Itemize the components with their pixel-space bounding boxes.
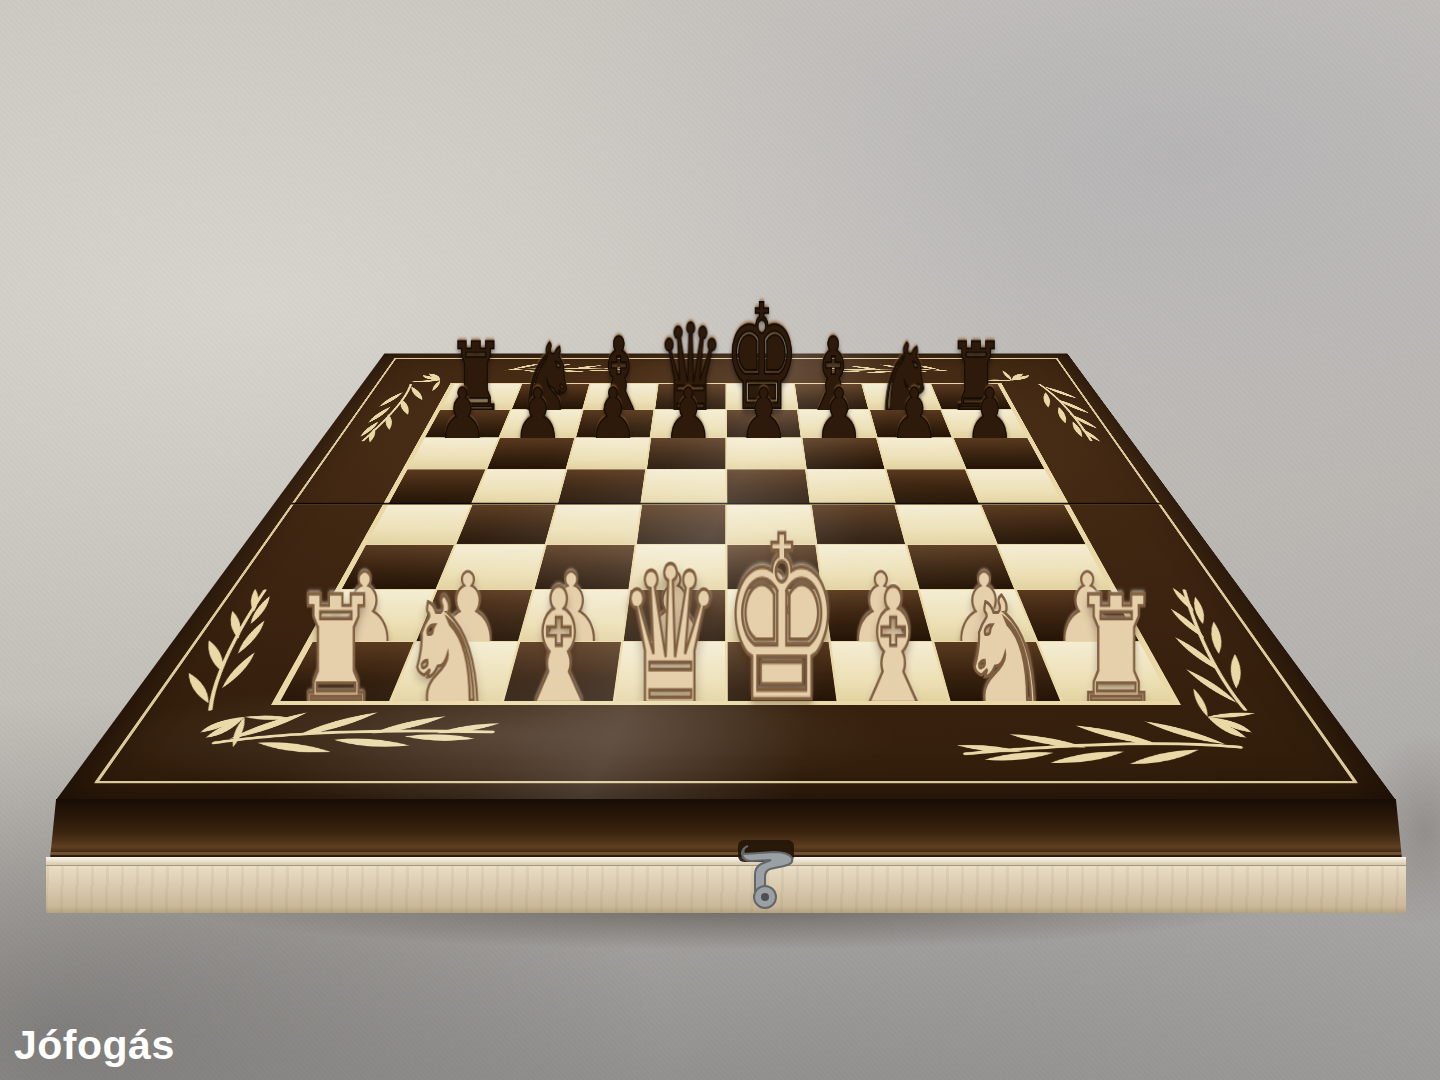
square-e6 [727,438,805,469]
square-b8 [512,384,589,409]
square-d3 [631,545,725,589]
square-c5 [558,470,645,504]
square-d7 [651,410,725,438]
square-b4 [457,505,556,544]
square-c4 [547,505,640,544]
square-f3 [817,545,917,589]
square-b2 [417,590,532,641]
square-a3 [342,545,454,589]
square-g7 [870,410,951,438]
square-f7 [799,410,876,438]
square-g8 [863,384,940,409]
square-c8 [584,384,657,409]
square-b1 [392,642,517,701]
square-a5 [389,470,486,504]
square-a1 [280,642,413,701]
square-c1 [504,642,621,701]
square-h3 [998,545,1110,589]
square-e8 [727,384,797,409]
square-h4 [981,505,1085,544]
square-d8 [655,384,725,409]
watermark-text: Jófogás [14,1022,175,1069]
square-d5 [642,470,725,504]
square-d2 [624,590,725,641]
square-a6 [408,438,499,469]
photo-scene: ♜♞♝♛♚♝♞♜♟♟♟♟♟♟♟♟♟♟♟♟♟♟♟♟♜♞♝♛♚♝♞♜ Jófogás [0,0,1440,1080]
square-a7 [425,410,510,438]
square-g4 [896,505,995,544]
square-e1 [727,642,836,701]
square-c6 [567,438,649,469]
square-h2 [1017,590,1139,641]
square-f8 [795,384,868,409]
square-f2 [824,590,932,641]
square-e4 [727,505,815,544]
square-b6 [488,438,574,469]
square-e5 [727,470,810,504]
square-g3 [908,545,1014,589]
square-f6 [802,438,884,469]
square-d1 [616,642,725,701]
square-b7 [501,410,582,438]
square-c2 [520,590,628,641]
square-a4 [367,505,471,544]
square-c7 [576,410,653,438]
square-g5 [887,470,979,504]
square-g2 [920,590,1035,641]
square-b5 [473,470,565,504]
square-h6 [954,438,1045,469]
fold-seam [290,503,1161,506]
square-f5 [807,470,894,504]
square-d6 [647,438,725,469]
square-g6 [878,438,964,469]
square-d4 [637,505,725,544]
square-e7 [727,410,801,438]
square-h8 [931,384,1011,409]
square-b3 [438,545,544,589]
square-e2 [727,590,828,641]
square-h5 [967,470,1064,504]
square-h7 [942,410,1027,438]
square-a8 [441,384,521,409]
square-f1 [831,642,948,701]
square-a2 [313,590,435,641]
clasp-hook-icon [742,846,792,908]
square-e3 [727,545,821,589]
square-c3 [535,545,635,589]
square-f4 [812,505,905,544]
metal-clasp [726,834,816,914]
